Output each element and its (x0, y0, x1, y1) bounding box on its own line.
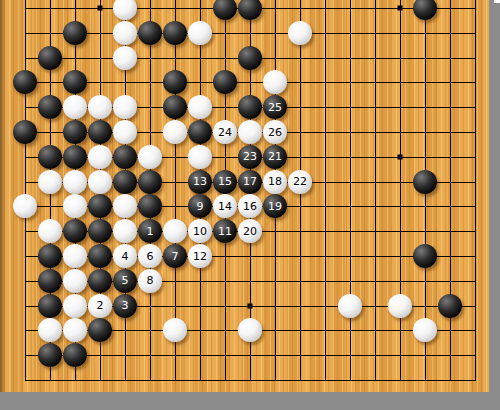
black-stone (138, 170, 162, 194)
move-number-label: 21 (268, 151, 282, 162)
black-stone (188, 120, 212, 144)
black-stone-move-1: 1 (138, 219, 162, 243)
white-stone-move-10: 10 (188, 219, 212, 243)
white-stone (38, 219, 62, 243)
black-stone (38, 244, 62, 268)
black-stone-move-9: 9 (188, 194, 212, 218)
black-stone (63, 120, 87, 144)
black-stone (138, 194, 162, 218)
move-number-label: 18 (268, 176, 282, 187)
black-stone (38, 269, 62, 293)
black-stone (88, 194, 112, 218)
white-stone (388, 294, 412, 318)
move-number-label: 14 (218, 201, 232, 212)
black-stone (88, 318, 112, 342)
black-stone-move-15: 15 (213, 170, 237, 194)
black-stone (88, 269, 112, 293)
move-number-label: 4 (122, 251, 129, 262)
black-stone (413, 244, 437, 268)
go-board[interactable]: 2524262321131517182291416191101120467125… (0, 0, 500, 410)
white-stone-move-4: 4 (113, 244, 137, 268)
move-number-label: 5 (122, 275, 129, 286)
move-number-label: 1 (147, 226, 154, 237)
star-point (98, 6, 103, 11)
black-stone (63, 21, 87, 45)
white-stone-move-2: 2 (88, 294, 112, 318)
black-stone-move-21: 21 (263, 145, 287, 169)
black-stone (13, 120, 37, 144)
star-point (248, 303, 253, 308)
move-number-label: 20 (243, 226, 257, 237)
black-stone (38, 145, 62, 169)
white-stone-move-24: 24 (213, 120, 237, 144)
white-stone (238, 318, 262, 342)
black-stone (213, 70, 237, 94)
black-stone (163, 95, 187, 119)
white-stone (163, 120, 187, 144)
move-number-label: 24 (218, 127, 232, 138)
white-stone (188, 95, 212, 119)
black-stone (38, 95, 62, 119)
white-stone (413, 318, 437, 342)
black-stone (88, 219, 112, 243)
white-stone (113, 21, 137, 45)
move-number-label: 12 (193, 251, 207, 262)
black-stone-move-3: 3 (113, 294, 137, 318)
white-stone (338, 294, 362, 318)
black-stone (38, 343, 62, 367)
black-stone (238, 0, 262, 20)
black-stone (413, 0, 437, 20)
white-stone (63, 318, 87, 342)
grid-hline (25, 355, 476, 356)
black-stone (63, 343, 87, 367)
star-point (398, 6, 403, 11)
white-stone-move-16: 16 (238, 194, 262, 218)
black-stone-move-13: 13 (188, 170, 212, 194)
white-stone-move-20: 20 (238, 219, 262, 243)
white-stone-move-12: 12 (188, 244, 212, 268)
white-stone (288, 21, 312, 45)
white-stone (113, 0, 137, 20)
white-stone (163, 219, 187, 243)
black-stone-move-7: 7 (163, 244, 187, 268)
grid-hline (25, 380, 476, 381)
white-stone (63, 294, 87, 318)
white-stone (163, 318, 187, 342)
move-number-label: 7 (172, 251, 179, 262)
move-number-label: 26 (268, 127, 282, 138)
move-number-label: 15 (218, 176, 232, 187)
black-stone-move-19: 19 (263, 194, 287, 218)
grid-hline (25, 33, 476, 34)
white-stone-move-18: 18 (263, 170, 287, 194)
white-stone (63, 170, 87, 194)
white-stone (63, 269, 87, 293)
black-stone (238, 46, 262, 70)
move-number-label: 10 (193, 226, 207, 237)
white-stone (38, 318, 62, 342)
move-number-label: 13 (193, 176, 207, 187)
white-stone (263, 70, 287, 94)
move-number-label: 17 (243, 176, 257, 187)
black-stone (138, 21, 162, 45)
black-stone-move-11: 11 (213, 219, 237, 243)
white-stone (113, 219, 137, 243)
frame-corner-notch (494, 0, 500, 3)
move-number-label: 2 (97, 300, 104, 311)
move-number-label: 8 (147, 275, 154, 286)
white-stone (113, 194, 137, 218)
move-number-label: 23 (243, 151, 257, 162)
white-stone (113, 95, 137, 119)
black-stone (13, 70, 37, 94)
white-stone (113, 120, 137, 144)
white-stone (113, 46, 137, 70)
black-stone (63, 145, 87, 169)
move-number-label: 9 (197, 201, 204, 212)
white-stone-move-8: 8 (138, 269, 162, 293)
star-point (398, 154, 403, 159)
black-stone (63, 70, 87, 94)
black-stone (63, 219, 87, 243)
black-stone-move-23: 23 (238, 145, 262, 169)
move-number-label: 22 (293, 176, 307, 187)
move-number-label: 19 (268, 201, 282, 212)
white-stone (13, 194, 37, 218)
black-stone (413, 170, 437, 194)
white-stone (63, 194, 87, 218)
white-stone (188, 21, 212, 45)
white-stone (38, 170, 62, 194)
white-stone (238, 120, 262, 144)
black-stone (113, 145, 137, 169)
go-board-scene: 2524262321131517182291416191101120467125… (0, 0, 500, 410)
white-stone (188, 145, 212, 169)
white-stone (88, 95, 112, 119)
move-number-label: 16 (243, 201, 257, 212)
black-stone (238, 95, 262, 119)
white-stone (63, 95, 87, 119)
black-stone (438, 294, 462, 318)
grid-hline (25, 82, 476, 83)
black-stone (163, 70, 187, 94)
board-left-edge-shadow (0, 0, 6, 392)
white-stone-move-14: 14 (213, 194, 237, 218)
white-stone-move-26: 26 (263, 120, 287, 144)
white-stone (88, 170, 112, 194)
black-stone (38, 294, 62, 318)
black-stone-move-17: 17 (238, 170, 262, 194)
frame-right-border (489, 0, 500, 410)
move-number-label: 3 (122, 300, 129, 311)
white-stone (88, 145, 112, 169)
white-stone-move-6: 6 (138, 244, 162, 268)
black-stone-move-25: 25 (263, 95, 287, 119)
black-stone (88, 120, 112, 144)
black-stone (88, 244, 112, 268)
move-number-label: 11 (218, 226, 232, 237)
black-stone (213, 0, 237, 20)
black-stone (38, 46, 62, 70)
move-number-label: 6 (147, 251, 154, 262)
frame-bottom-border (0, 392, 500, 410)
white-stone (138, 145, 162, 169)
move-number-label: 25 (268, 102, 282, 113)
white-stone-move-22: 22 (288, 170, 312, 194)
black-stone (163, 21, 187, 45)
black-stone (113, 170, 137, 194)
black-stone-move-5: 5 (113, 269, 137, 293)
white-stone (63, 244, 87, 268)
